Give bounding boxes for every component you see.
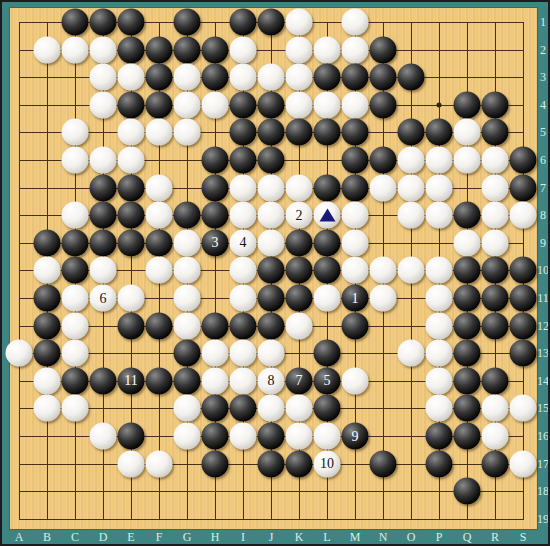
black-stone[interactable] [314, 229, 341, 256]
black-stone[interactable]: 11 [118, 367, 145, 394]
black-stone[interactable] [286, 229, 313, 256]
black-stone[interactable] [146, 91, 173, 118]
black-stone[interactable] [118, 312, 145, 339]
black-stone[interactable] [202, 36, 229, 63]
white-stone[interactable] [258, 229, 285, 256]
black-stone[interactable]: 5 [314, 367, 341, 394]
white-stone[interactable] [286, 395, 313, 422]
column-label: L [323, 531, 330, 543]
row-label: 14 [537, 375, 549, 387]
column-label: J [269, 531, 274, 543]
white-stone[interactable] [426, 285, 453, 312]
black-stone[interactable] [342, 64, 369, 91]
black-stone[interactable] [286, 257, 313, 284]
white-stone[interactable] [454, 229, 481, 256]
black-stone[interactable] [202, 450, 229, 477]
white-stone[interactable] [454, 147, 481, 174]
white-stone[interactable] [90, 257, 117, 284]
black-stone[interactable] [90, 9, 117, 36]
black-stone[interactable] [426, 423, 453, 450]
black-stone[interactable] [370, 147, 397, 174]
black-stone[interactable] [62, 257, 89, 284]
black-stone[interactable] [202, 202, 229, 229]
black-stone[interactable] [454, 423, 481, 450]
black-stone[interactable] [258, 9, 285, 36]
black-stone[interactable] [34, 312, 61, 339]
row-label: 5 [540, 126, 546, 138]
white-stone[interactable]: 2 [286, 202, 313, 229]
black-stone[interactable]: 3 [202, 229, 229, 256]
black-stone[interactable] [146, 64, 173, 91]
move-number-label: 10 [320, 457, 334, 471]
black-stone[interactable] [510, 312, 537, 339]
black-stone[interactable] [342, 174, 369, 201]
move-number-label: 2 [296, 208, 303, 222]
black-stone[interactable] [62, 9, 89, 36]
black-stone[interactable] [230, 147, 257, 174]
black-stone[interactable] [118, 9, 145, 36]
black-stone[interactable] [258, 423, 285, 450]
black-stone[interactable] [454, 257, 481, 284]
move-number-label: 6 [100, 291, 107, 305]
white-stone[interactable] [314, 36, 341, 63]
black-stone[interactable] [454, 202, 481, 229]
move-number-label: 9 [352, 429, 359, 443]
black-stone[interactable] [454, 395, 481, 422]
white-stone[interactable] [146, 174, 173, 201]
white-stone[interactable] [286, 36, 313, 63]
white-stone[interactable] [342, 229, 369, 256]
row-label: 16 [537, 430, 549, 442]
black-stone[interactable] [370, 450, 397, 477]
black-stone[interactable] [342, 147, 369, 174]
black-stone[interactable] [34, 229, 61, 256]
row-label: 2 [540, 44, 546, 56]
white-stone[interactable] [482, 174, 509, 201]
white-stone[interactable] [370, 174, 397, 201]
white-stone[interactable] [146, 257, 173, 284]
black-stone[interactable] [202, 174, 229, 201]
column-label: I [241, 531, 245, 543]
white-stone[interactable] [90, 91, 117, 118]
white-stone[interactable] [230, 285, 257, 312]
black-stone[interactable] [118, 423, 145, 450]
white-stone[interactable] [146, 202, 173, 229]
white-stone[interactable] [510, 395, 537, 422]
row-label: 7 [540, 182, 546, 194]
column-label: Q [463, 531, 472, 543]
star-point [437, 102, 442, 107]
row-label: 18 [537, 485, 549, 497]
row-label: 19 [537, 513, 549, 525]
white-stone[interactable] [342, 36, 369, 63]
column-label: M [350, 531, 361, 543]
white-stone[interactable] [286, 312, 313, 339]
triangle-marker-icon [319, 209, 335, 222]
white-stone[interactable] [230, 174, 257, 201]
black-stone[interactable] [202, 312, 229, 339]
black-stone[interactable] [174, 9, 201, 36]
white-stone[interactable] [62, 119, 89, 146]
black-stone[interactable] [174, 202, 201, 229]
white-stone[interactable] [230, 367, 257, 394]
white-stone[interactable] [90, 36, 117, 63]
white-stone[interactable] [398, 340, 425, 367]
black-stone[interactable] [454, 312, 481, 339]
black-stone[interactable] [454, 340, 481, 367]
white-stone[interactable] [174, 229, 201, 256]
move-number-label: 5 [324, 374, 331, 388]
black-stone[interactable] [482, 257, 509, 284]
white-stone[interactable] [34, 257, 61, 284]
move-number-label: 8 [268, 374, 275, 388]
black-stone[interactable] [258, 312, 285, 339]
white-stone[interactable] [482, 229, 509, 256]
column-label: S [520, 531, 527, 543]
grid-line-horizontal [19, 491, 524, 492]
black-stone[interactable] [258, 147, 285, 174]
white-stone[interactable] [174, 119, 201, 146]
white-stone[interactable] [90, 423, 117, 450]
white-stone[interactable] [342, 257, 369, 284]
white-stone[interactable] [230, 36, 257, 63]
column-label: H [211, 531, 220, 543]
move-number-label: 3 [212, 236, 219, 250]
black-stone[interactable] [174, 36, 201, 63]
black-stone[interactable] [90, 367, 117, 394]
white-stone[interactable] [174, 64, 201, 91]
white-stone[interactable]: 4 [230, 229, 257, 256]
white-stone[interactable] [314, 285, 341, 312]
white-stone[interactable] [62, 340, 89, 367]
black-stone[interactable] [230, 395, 257, 422]
black-stone[interactable] [454, 285, 481, 312]
white-stone[interactable] [342, 9, 369, 36]
white-stone[interactable] [398, 174, 425, 201]
black-stone[interactable] [426, 450, 453, 477]
row-label: 15 [537, 402, 549, 414]
white-stone[interactable] [34, 367, 61, 394]
black-stone[interactable] [146, 36, 173, 63]
white-stone[interactable] [118, 119, 145, 146]
white-stone[interactable] [146, 450, 173, 477]
white-stone[interactable] [258, 202, 285, 229]
white-stone[interactable] [230, 340, 257, 367]
black-stone[interactable] [174, 367, 201, 394]
black-stone[interactable] [118, 174, 145, 201]
white-stone[interactable] [286, 9, 313, 36]
black-stone[interactable]: 1 [342, 285, 369, 312]
row-label: 12 [537, 320, 549, 332]
black-stone[interactable] [482, 312, 509, 339]
black-stone[interactable] [118, 36, 145, 63]
white-stone[interactable] [230, 423, 257, 450]
column-label: O [407, 531, 416, 543]
column-label: B [43, 531, 51, 543]
white-stone[interactable] [482, 202, 509, 229]
white-stone[interactable] [342, 202, 369, 229]
black-stone[interactable] [146, 229, 173, 256]
column-label: E [127, 531, 134, 543]
black-stone[interactable] [202, 64, 229, 91]
black-stone[interactable] [398, 119, 425, 146]
black-stone[interactable] [510, 174, 537, 201]
black-stone[interactable] [90, 202, 117, 229]
black-stone[interactable] [454, 367, 481, 394]
move-number-label: 4 [240, 236, 247, 250]
white-stone[interactable] [174, 91, 201, 118]
row-label: 13 [537, 347, 549, 359]
white-stone[interactable] [174, 285, 201, 312]
black-stone[interactable] [286, 285, 313, 312]
black-stone[interactable] [286, 119, 313, 146]
black-stone[interactable] [118, 91, 145, 118]
move-number-label: 11 [124, 374, 137, 388]
black-stone[interactable] [90, 229, 117, 256]
white-stone[interactable] [258, 174, 285, 201]
white-stone[interactable] [62, 36, 89, 63]
black-stone[interactable] [314, 340, 341, 367]
white-stone[interactable] [202, 367, 229, 394]
white-stone[interactable] [230, 202, 257, 229]
row-label: 6 [540, 154, 546, 166]
white-stone[interactable] [398, 147, 425, 174]
white-stone[interactable] [202, 91, 229, 118]
white-stone[interactable]: 10 [314, 450, 341, 477]
white-stone[interactable] [426, 174, 453, 201]
white-stone[interactable] [34, 36, 61, 63]
black-stone[interactable] [510, 340, 537, 367]
black-stone[interactable] [258, 450, 285, 477]
row-label: 3 [540, 71, 546, 83]
grid-line-horizontal [19, 519, 524, 520]
white-stone[interactable] [314, 423, 341, 450]
white-stone[interactable] [174, 312, 201, 339]
black-stone[interactable] [510, 147, 537, 174]
black-stone[interactable] [482, 367, 509, 394]
black-stone[interactable] [342, 119, 369, 146]
black-stone[interactable] [34, 285, 61, 312]
white-stone[interactable] [62, 312, 89, 339]
black-stone[interactable] [258, 119, 285, 146]
white-stone[interactable] [370, 257, 397, 284]
move-number-label: 1 [352, 291, 359, 305]
white-stone[interactable] [258, 395, 285, 422]
black-stone[interactable] [118, 229, 145, 256]
white-stone[interactable] [258, 340, 285, 367]
white-stone[interactable] [62, 202, 89, 229]
black-stone[interactable] [230, 91, 257, 118]
white-stone[interactable]: 6 [90, 285, 117, 312]
black-stone[interactable] [230, 312, 257, 339]
white-stone[interactable] [6, 340, 33, 367]
white-stone[interactable] [34, 395, 61, 422]
white-stone[interactable] [342, 91, 369, 118]
white-stone[interactable] [118, 147, 145, 174]
black-stone[interactable] [202, 395, 229, 422]
white-stone[interactable] [174, 395, 201, 422]
row-label: 9 [540, 237, 546, 249]
white-stone[interactable] [454, 119, 481, 146]
white-stone[interactable] [426, 257, 453, 284]
black-stone[interactable] [118, 202, 145, 229]
white-stone[interactable] [426, 340, 453, 367]
black-stone[interactable] [370, 91, 397, 118]
row-label: 4 [540, 99, 546, 111]
column-label: G [183, 531, 192, 543]
white-stone[interactable] [426, 147, 453, 174]
white-stone[interactable] [174, 423, 201, 450]
column-label: R [491, 531, 499, 543]
row-label: 10 [537, 264, 549, 276]
white-stone[interactable] [314, 202, 341, 229]
black-stone[interactable]: 9 [342, 423, 369, 450]
black-stone[interactable] [510, 285, 537, 312]
row-label: 17 [537, 458, 549, 470]
white-stone[interactable] [230, 64, 257, 91]
white-stone[interactable] [286, 91, 313, 118]
black-stone[interactable] [230, 119, 257, 146]
row-label: 8 [540, 209, 546, 221]
black-stone[interactable] [398, 64, 425, 91]
black-stone[interactable] [314, 395, 341, 422]
black-stone[interactable] [342, 312, 369, 339]
column-label: P [436, 531, 443, 543]
white-stone[interactable] [118, 64, 145, 91]
white-stone[interactable] [118, 285, 145, 312]
black-stone[interactable] [202, 423, 229, 450]
white-stone[interactable] [230, 257, 257, 284]
black-stone[interactable] [202, 147, 229, 174]
black-stone[interactable] [90, 174, 117, 201]
black-stone[interactable] [230, 9, 257, 36]
black-stone[interactable] [174, 340, 201, 367]
black-stone[interactable] [314, 64, 341, 91]
column-label: C [71, 531, 79, 543]
white-stone[interactable] [90, 64, 117, 91]
black-stone[interactable] [454, 478, 481, 505]
row-label: 1 [540, 16, 546, 28]
black-stone[interactable] [482, 450, 509, 477]
white-stone[interactable] [286, 64, 313, 91]
white-stone[interactable] [174, 257, 201, 284]
white-stone[interactable] [62, 285, 89, 312]
white-stone[interactable] [314, 91, 341, 118]
black-stone[interactable] [454, 91, 481, 118]
column-label: D [99, 531, 108, 543]
white-stone[interactable] [398, 257, 425, 284]
white-stone[interactable] [510, 202, 537, 229]
black-stone[interactable] [510, 257, 537, 284]
column-label: K [295, 531, 304, 543]
white-stone[interactable] [510, 450, 537, 477]
white-stone[interactable] [482, 395, 509, 422]
black-stone[interactable] [314, 119, 341, 146]
column-label: N [379, 531, 388, 543]
black-stone[interactable] [146, 367, 173, 394]
white-stone[interactable] [90, 147, 117, 174]
white-stone[interactable] [146, 119, 173, 146]
black-stone[interactable] [314, 174, 341, 201]
black-stone[interactable] [286, 450, 313, 477]
black-stone[interactable] [314, 257, 341, 284]
white-stone[interactable] [426, 312, 453, 339]
black-stone[interactable] [370, 64, 397, 91]
white-stone[interactable] [482, 423, 509, 450]
white-stone[interactable] [62, 147, 89, 174]
go-board[interactable]: 2346111875910ABCDEFGHIJKLMNOPQRS12345678… [0, 0, 550, 546]
white-stone[interactable] [370, 285, 397, 312]
black-stone[interactable] [146, 312, 173, 339]
move-number-label: 7 [296, 374, 303, 388]
black-stone[interactable] [370, 36, 397, 63]
white-stone[interactable] [286, 174, 313, 201]
black-stone[interactable] [482, 119, 509, 146]
black-stone[interactable] [34, 340, 61, 367]
black-stone[interactable] [62, 229, 89, 256]
white-stone[interactable] [202, 340, 229, 367]
white-stone[interactable] [426, 367, 453, 394]
black-stone[interactable] [258, 91, 285, 118]
black-stone[interactable]: 7 [286, 367, 313, 394]
row-label: 11 [537, 292, 549, 304]
black-stone[interactable] [62, 367, 89, 394]
black-stone[interactable] [258, 257, 285, 284]
column-label: A [15, 531, 24, 543]
white-stone[interactable] [398, 202, 425, 229]
black-stone[interactable] [482, 285, 509, 312]
white-stone[interactable] [118, 450, 145, 477]
black-stone[interactable] [482, 91, 509, 118]
white-stone[interactable] [426, 202, 453, 229]
white-stone[interactable]: 8 [258, 367, 285, 394]
white-stone[interactable] [482, 147, 509, 174]
white-stone[interactable] [258, 64, 285, 91]
white-stone[interactable] [286, 423, 313, 450]
white-stone[interactable] [62, 395, 89, 422]
black-stone[interactable] [258, 285, 285, 312]
white-stone[interactable] [426, 395, 453, 422]
white-stone[interactable] [342, 367, 369, 394]
column-label: F [156, 531, 163, 543]
black-stone[interactable] [426, 119, 453, 146]
